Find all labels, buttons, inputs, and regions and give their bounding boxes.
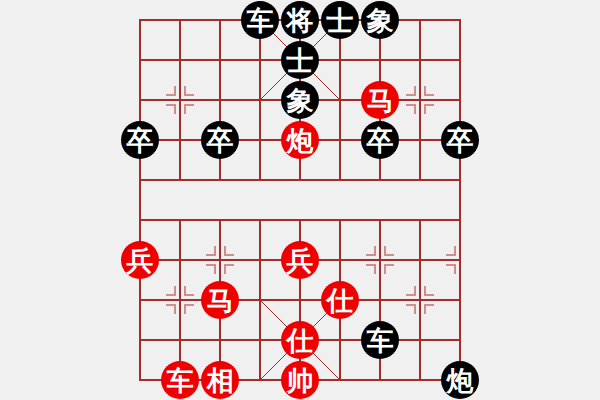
piece-black-soldier[interactable]: 卒 — [441, 121, 479, 159]
piece-red-general[interactable]: 帅 — [281, 361, 319, 399]
piece-red-soldier[interactable]: 兵 — [281, 241, 319, 279]
piece-black-advisor[interactable]: 士 — [321, 1, 359, 39]
piece-black-soldier[interactable]: 卒 — [121, 121, 159, 159]
piece-black-elephant[interactable]: 象 — [281, 81, 319, 119]
piece-red-advisor[interactable]: 仕 — [321, 281, 359, 319]
piece-black-advisor[interactable]: 士 — [281, 41, 319, 79]
piece-red-elephant[interactable]: 相 — [201, 361, 239, 399]
piece-black-chariot[interactable]: 车 — [361, 321, 399, 359]
piece-red-horse[interactable]: 马 — [361, 81, 399, 119]
piece-black-cannon[interactable]: 炮 — [441, 361, 479, 399]
piece-black-soldier[interactable]: 卒 — [361, 121, 399, 159]
piece-red-chariot[interactable]: 车 — [161, 361, 199, 399]
piece-layer: 车将士象士象马卒卒炮卒卒兵兵马仕仕车车相帅炮 — [120, 0, 480, 400]
piece-black-general[interactable]: 将 — [281, 1, 319, 39]
xiangqi-board: 车将士象士象马卒卒炮卒卒兵兵马仕仕车车相帅炮 — [0, 0, 600, 400]
piece-red-advisor[interactable]: 仕 — [281, 321, 319, 359]
piece-black-chariot[interactable]: 车 — [241, 1, 279, 39]
piece-black-soldier[interactable]: 卒 — [201, 121, 239, 159]
piece-red-soldier[interactable]: 兵 — [121, 241, 159, 279]
piece-red-cannon[interactable]: 炮 — [281, 121, 319, 159]
piece-black-elephant[interactable]: 象 — [361, 1, 399, 39]
piece-red-horse[interactable]: 马 — [201, 281, 239, 319]
